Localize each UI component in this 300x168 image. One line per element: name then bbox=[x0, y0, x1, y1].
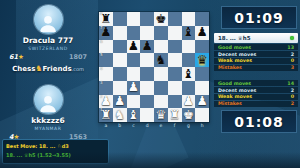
file-label: c bbox=[127, 123, 141, 129]
white-pawn-piece[interactable]: ♟ bbox=[197, 95, 208, 108]
logo-text: Friends bbox=[43, 65, 72, 73]
square-f7[interactable] bbox=[168, 26, 182, 40]
file-label: a bbox=[99, 123, 113, 129]
chess-board[interactable]: 8♜♚7♟♝♟6♟♟5♞♛4♝3♟2♟♟♟♟1♜♞♝♛♜♚ bbox=[99, 12, 209, 122]
square-b8[interactable] bbox=[113, 12, 127, 26]
square-g6[interactable] bbox=[182, 40, 196, 54]
square-a1[interactable]: 1♜ bbox=[99, 108, 113, 122]
person-icon bbox=[37, 12, 59, 34]
last-move-header: 18. ... ♕h5 bbox=[214, 33, 298, 43]
file-label: d bbox=[140, 123, 154, 129]
square-e1[interactable]: ♛ bbox=[154, 108, 168, 122]
black-bishop-piece[interactable]: ♝ bbox=[183, 26, 194, 39]
white-king-piece[interactable]: ♚ bbox=[183, 109, 194, 122]
square-b4[interactable] bbox=[113, 67, 127, 81]
square-e7[interactable] bbox=[154, 26, 168, 40]
black-bishop-piece[interactable]: ♝ bbox=[183, 68, 194, 81]
move-quality-dot bbox=[290, 36, 295, 41]
square-e4[interactable] bbox=[154, 67, 168, 81]
black-queen-piece[interactable]: ♛ bbox=[197, 54, 208, 67]
square-a4[interactable]: 4 bbox=[99, 67, 113, 81]
site-logo[interactable]: Chess♞Friends.com bbox=[0, 64, 96, 73]
bottom-fade bbox=[0, 152, 300, 168]
square-e8[interactable]: ♚ bbox=[154, 12, 168, 26]
square-a5[interactable]: 5 bbox=[99, 53, 113, 67]
black-king-piece[interactable]: ♚ bbox=[155, 13, 166, 26]
file-label: f bbox=[168, 123, 182, 129]
stat-row-weak: Weak moves0 bbox=[214, 58, 298, 64]
rank-label: 5 bbox=[100, 53, 103, 57]
stat-row-mistakes: Mistakes3 bbox=[214, 65, 298, 71]
clock-top: 01:09 bbox=[221, 6, 297, 29]
player-country: MYANMAR bbox=[0, 126, 96, 131]
square-b7[interactable] bbox=[113, 26, 127, 40]
stats-top: Good moves13 Decent moves2 Weak moves0 M… bbox=[214, 44, 298, 72]
square-b6[interactable] bbox=[113, 40, 127, 54]
square-a7[interactable]: 7♟ bbox=[99, 26, 113, 40]
star-icon: ★ bbox=[18, 53, 24, 61]
square-c3[interactable]: ♟ bbox=[127, 81, 141, 95]
square-h1[interactable] bbox=[195, 108, 209, 122]
white-pawn-piece[interactable]: ♟ bbox=[114, 95, 125, 108]
square-b1[interactable]: ♞ bbox=[113, 108, 127, 122]
stat-row-decent: Decent moves2 bbox=[214, 87, 298, 93]
player-rating: 1807 bbox=[69, 53, 87, 61]
rank-label: 7 bbox=[100, 26, 103, 30]
white-rook-piece[interactable]: ♜ bbox=[169, 109, 180, 122]
best-move-line: Best Move: 18. ... ♘d3 bbox=[6, 143, 105, 149]
rank-label: 2 bbox=[100, 95, 103, 99]
stat-row-good: Good moves13 bbox=[214, 44, 298, 50]
square-g5[interactable] bbox=[182, 53, 196, 67]
rank-label: 1 bbox=[100, 108, 103, 112]
white-queen-piece[interactable]: ♛ bbox=[155, 109, 166, 122]
white-knight-piece[interactable]: ♞ bbox=[114, 109, 125, 122]
square-d1[interactable] bbox=[140, 108, 154, 122]
square-h2[interactable]: ♟ bbox=[195, 95, 209, 109]
clock-bottom: 01:08 bbox=[221, 110, 297, 133]
file-label: b bbox=[113, 123, 127, 129]
square-g7[interactable]: ♝ bbox=[182, 26, 196, 40]
rank-label: 3 bbox=[100, 81, 103, 85]
black-pawn-piece[interactable]: ♟ bbox=[197, 26, 208, 39]
square-d5[interactable] bbox=[140, 53, 154, 67]
square-f5[interactable] bbox=[168, 53, 182, 67]
file-labels: abcdefgh bbox=[99, 123, 209, 129]
rank-label: 8 bbox=[100, 12, 103, 16]
square-h4[interactable] bbox=[195, 67, 209, 81]
rank-label: 4 bbox=[100, 67, 103, 71]
square-d4[interactable] bbox=[140, 67, 154, 81]
square-c5[interactable] bbox=[127, 53, 141, 67]
square-h7[interactable]: ♟ bbox=[195, 26, 209, 40]
black-knight-piece[interactable]: ♞ bbox=[155, 54, 166, 67]
white-pawn-piece[interactable]: ♟ bbox=[128, 81, 139, 94]
player-country: SWITZERLAND bbox=[0, 46, 96, 51]
black-pawn-piece[interactable]: ♟ bbox=[128, 40, 139, 53]
square-h5[interactable]: ♛ bbox=[195, 53, 209, 67]
person-icon bbox=[37, 92, 59, 114]
square-d2[interactable] bbox=[140, 95, 154, 109]
file-label: h bbox=[195, 123, 209, 129]
avatar[interactable] bbox=[34, 85, 63, 114]
square-f4[interactable] bbox=[168, 67, 182, 81]
stat-row-weak: Weak moves0 bbox=[214, 94, 298, 100]
square-f6[interactable] bbox=[168, 40, 182, 54]
square-f1[interactable]: ♜ bbox=[168, 108, 182, 122]
square-d8[interactable] bbox=[140, 12, 154, 26]
stat-row-good: Good moves14 bbox=[214, 80, 298, 86]
square-d3[interactable] bbox=[140, 81, 154, 95]
square-c8[interactable] bbox=[127, 12, 141, 26]
player-card-top: Dracula 777 SWITZERLAND 61★ 1807 bbox=[0, 5, 96, 61]
square-e5[interactable]: ♞ bbox=[154, 53, 168, 67]
rank-label: 6 bbox=[100, 40, 103, 44]
logo-suffix: .com bbox=[72, 66, 84, 72]
player-card-bottom: kkkzzz6 MYANMAR 4★ 1563 bbox=[0, 85, 96, 141]
player-name[interactable]: Dracula 777 bbox=[0, 36, 96, 45]
stat-row-decent: Decent moves2 bbox=[214, 51, 298, 57]
file-label: e bbox=[154, 123, 168, 129]
square-f3[interactable] bbox=[168, 81, 182, 95]
black-pawn-piece[interactable]: ♟ bbox=[142, 40, 153, 53]
file-label: g bbox=[182, 123, 196, 129]
square-f8[interactable] bbox=[168, 12, 182, 26]
white-bishop-piece[interactable]: ♝ bbox=[128, 109, 139, 122]
player-name[interactable]: kkkzzz6 bbox=[0, 116, 96, 125]
stat-row-mistakes: Mistakes2 bbox=[214, 101, 298, 107]
game-screen: Dracula 777 SWITZERLAND 61★ 1807 Chess♞F… bbox=[0, 0, 300, 168]
square-g1[interactable]: ♚ bbox=[182, 108, 196, 122]
knight-icon: ♞ bbox=[35, 64, 42, 73]
stats-bottom: Good moves14 Decent moves2 Weak moves0 M… bbox=[214, 80, 298, 108]
square-b5[interactable] bbox=[113, 53, 127, 67]
square-c1[interactable]: ♝ bbox=[127, 108, 141, 122]
white-pawn-piece[interactable]: ♟ bbox=[183, 95, 194, 108]
player-stars: 61★ bbox=[9, 53, 24, 61]
last-move-text: 18. ... ♕h5 bbox=[218, 35, 251, 41]
square-e3[interactable] bbox=[154, 81, 168, 95]
square-c6[interactable]: ♟ bbox=[127, 40, 141, 54]
square-d6[interactable]: ♟ bbox=[140, 40, 154, 54]
logo-text: Chess bbox=[12, 65, 35, 73]
square-g4[interactable]: ♝ bbox=[182, 67, 196, 81]
avatar[interactable] bbox=[34, 5, 63, 34]
